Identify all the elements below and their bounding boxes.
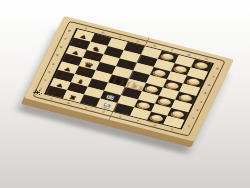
light-checker-piece <box>150 114 164 122</box>
die-showing-3: ⚂ <box>102 103 110 108</box>
chess-piece-pawn: ♟ <box>51 91 61 97</box>
chess-piece-rook: ♜ <box>67 94 78 101</box>
die-showing-5: ⚄ <box>106 95 114 100</box>
product-photo: abcdefgh abcdefgh 87654321 87654321 ♟♜♟♞… <box>0 0 250 188</box>
game-board: abcdefgh abcdefgh 87654321 87654321 ♟♜♟♞… <box>24 16 234 142</box>
